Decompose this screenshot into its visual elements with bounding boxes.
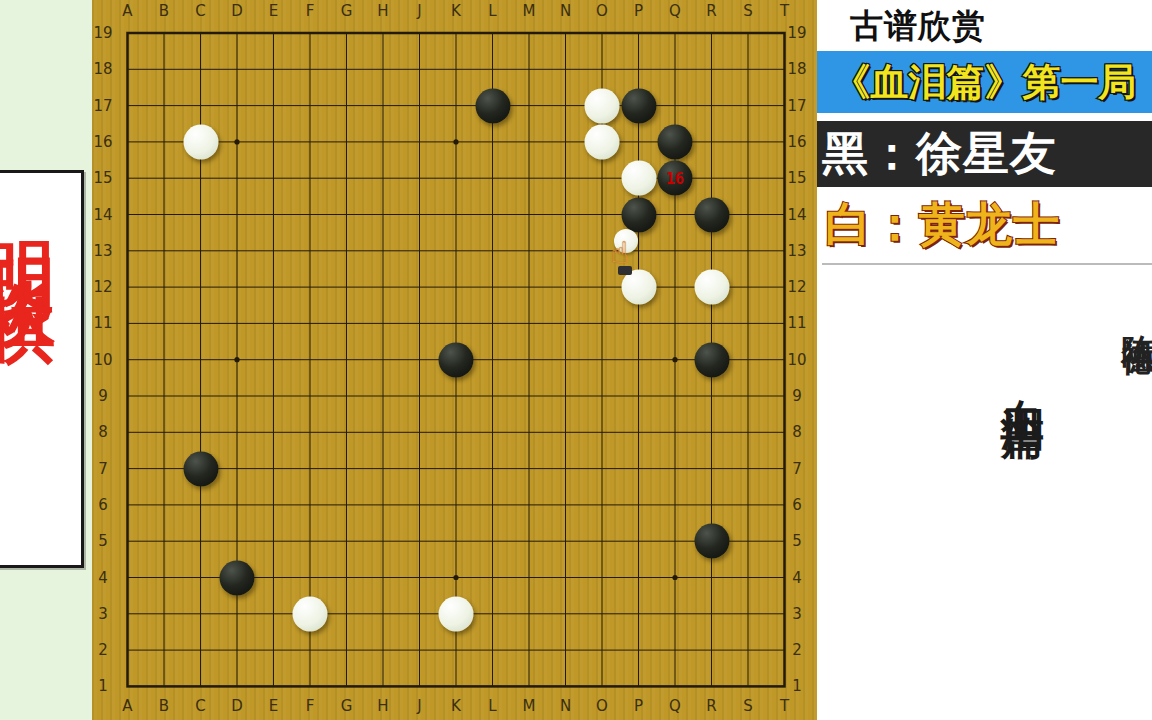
row-label-right: 3 (785, 605, 809, 623)
row-label-right: 1 (785, 677, 809, 695)
row-label-right: 6 (785, 496, 809, 514)
stone-white-C16[interactable] (183, 124, 218, 159)
col-label-top: S (736, 2, 760, 20)
row-label-left: 11 (91, 314, 115, 332)
stone-white-F3[interactable] (293, 596, 328, 631)
black-player-name: 黑：徐星友 (817, 123, 1057, 185)
stone-black-R5[interactable] (694, 524, 729, 559)
info-panel: 古谱欣赏 《血泪篇》第一局 黑：徐星友 白：黄龙士 血泪篇 陈祖德 (817, 0, 1152, 720)
col-label-top: B (152, 2, 176, 20)
col-label-bottom: T (773, 697, 797, 715)
stone-black-C7[interactable] (183, 451, 218, 486)
row-label-right: 5 (785, 532, 809, 550)
move-number-label: 16 (666, 169, 684, 187)
black-player-banner: 黑：徐星友 (817, 121, 1152, 187)
col-label-bottom: H (371, 697, 395, 715)
col-label-bottom: G (335, 697, 359, 715)
col-label-bottom: K (444, 697, 468, 715)
col-label-bottom: A (116, 697, 140, 715)
col-label-bottom: N (554, 697, 578, 715)
col-label-bottom: E (262, 697, 286, 715)
col-label-bottom: F (298, 697, 322, 715)
stone-white-O17[interactable] (585, 88, 620, 123)
series-title-banner: 《血泪篇》第一局 (817, 51, 1152, 113)
row-label-right: 9 (785, 387, 809, 405)
col-label-top: J (408, 2, 432, 20)
col-label-top: M (517, 2, 541, 20)
stone-white-O16[interactable] (585, 124, 620, 159)
stone-black-K10[interactable] (439, 342, 474, 377)
col-label-bottom: R (700, 697, 724, 715)
row-label-right: 4 (785, 569, 809, 587)
stone-black-R14[interactable] (694, 197, 729, 232)
series-title-text: 《血泪篇》第一局 (833, 57, 1137, 108)
screenshot-root: 明玥谈棋 AABBCCDDEEFFGGHHJJKKLLMMNNOOPPQQRRS… (0, 0, 1152, 720)
col-label-top: A (116, 2, 140, 20)
row-label-left: 2 (91, 641, 115, 659)
row-label-left: 4 (91, 569, 115, 587)
col-label-top: H (371, 2, 395, 20)
col-label-bottom: B (152, 697, 176, 715)
col-label-bottom: Q (663, 697, 687, 715)
col-label-top: G (335, 2, 359, 20)
col-label-top: N (554, 2, 578, 20)
row-label-right: 8 (785, 423, 809, 441)
panel-title: 古谱欣赏 (850, 4, 986, 49)
book-title-vertical-text: 血泪篇 (996, 364, 1048, 391)
col-label-bottom: M (517, 697, 541, 715)
author-vertical-text: 陈祖德 (1118, 308, 1152, 320)
row-label-right: 16 (785, 133, 809, 151)
stone-white-P15[interactable] (621, 161, 656, 196)
row-label-left: 18 (91, 60, 115, 78)
row-label-left: 14 (91, 206, 115, 224)
stone-white-P12[interactable] (621, 270, 656, 305)
col-label-bottom: D (225, 697, 249, 715)
col-label-top: K (444, 2, 468, 20)
col-label-bottom: L (481, 697, 505, 715)
row-label-right: 7 (785, 460, 809, 478)
row-label-left: 17 (91, 97, 115, 115)
stone-black-L17[interactable] (475, 88, 510, 123)
stone-black-D4[interactable] (220, 560, 255, 595)
col-label-top: Q (663, 2, 687, 20)
row-label-left: 10 (91, 351, 115, 369)
row-label-left: 6 (91, 496, 115, 514)
channel-name-vertical-text: 明玥谈棋 (0, 185, 66, 257)
col-label-bottom: S (736, 697, 760, 715)
stone-white-K3[interactable] (439, 596, 474, 631)
row-label-left: 19 (91, 24, 115, 42)
stone-black-P14[interactable] (621, 197, 656, 232)
row-label-left: 3 (91, 605, 115, 623)
white-player-banner: 白：黄龙士 (817, 192, 1152, 258)
row-label-right: 17 (785, 97, 809, 115)
col-label-top: E (262, 2, 286, 20)
row-label-left: 13 (91, 242, 115, 260)
row-label-left: 16 (91, 133, 115, 151)
divider-line (822, 263, 1152, 265)
col-label-bottom: P (627, 697, 651, 715)
col-label-top: R (700, 2, 724, 20)
row-label-right: 13 (785, 242, 809, 260)
col-label-bottom: O (590, 697, 614, 715)
channel-banner: 明玥谈棋 (0, 170, 84, 568)
col-label-top: P (627, 2, 651, 20)
row-label-left: 8 (91, 423, 115, 441)
row-label-left: 15 (91, 169, 115, 187)
col-label-top: O (590, 2, 614, 20)
row-label-right: 11 (785, 314, 809, 332)
col-label-top: T (773, 2, 797, 20)
row-label-left: 5 (91, 532, 115, 550)
row-label-right: 10 (785, 351, 809, 369)
stone-black-Q15[interactable]: 16 (658, 161, 693, 196)
col-label-top: D (225, 2, 249, 20)
white-player-name: 白：黄龙士 (817, 194, 1060, 256)
col-label-top: C (189, 2, 213, 20)
stone-black-R10[interactable] (694, 342, 729, 377)
row-label-right: 15 (785, 169, 809, 187)
stone-white-R12[interactable] (694, 270, 729, 305)
row-label-right: 19 (785, 24, 809, 42)
col-label-bottom: C (189, 697, 213, 715)
row-label-left: 12 (91, 278, 115, 296)
row-label-right: 2 (785, 641, 809, 659)
col-label-top: L (481, 2, 505, 20)
row-label-right: 12 (785, 278, 809, 296)
row-label-left: 7 (91, 460, 115, 478)
row-label-right: 14 (785, 206, 809, 224)
stone-black-P17[interactable] (621, 88, 656, 123)
left-sidebar: 明玥谈棋 (0, 0, 92, 720)
go-board[interactable]: AABBCCDDEEFFGGHHJJKKLLMMNNOOPPQQRRSSTT19… (92, 0, 817, 720)
stone-black-Q16[interactable] (658, 124, 693, 159)
col-label-top: F (298, 2, 322, 20)
col-label-bottom: J (408, 697, 432, 715)
row-label-right: 18 (785, 60, 809, 78)
row-label-left: 1 (91, 677, 115, 695)
row-label-left: 9 (91, 387, 115, 405)
